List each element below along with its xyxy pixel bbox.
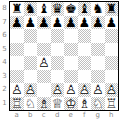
square-f2[interactable]: ♟♙ [78,83,92,97]
black-queen-d8[interactable]: ♛ [51,2,63,15]
black-piece-glyph: ♟ [78,16,90,29]
white-piece-outline: ♗ [38,97,50,110]
square-b8[interactable]: ♞ [24,2,38,16]
square-c2[interactable] [37,83,51,97]
square-f3[interactable] [78,70,92,84]
file-label-d: d [51,111,65,120]
black-piece-glyph: ♜ [11,2,23,15]
square-h6[interactable] [105,29,119,43]
file-label-b: b [24,111,38,120]
square-d6[interactable] [51,29,65,43]
square-f6[interactable] [78,29,92,43]
square-e7[interactable]: ♟ [64,16,78,30]
square-d1[interactable]: ♛♕ [51,97,65,111]
black-pawn-c7[interactable]: ♟ [38,16,50,29]
square-e1[interactable]: ♚♔ [64,97,78,111]
square-f8[interactable]: ♝ [78,2,92,16]
white-piece-outline: ♕ [51,97,63,110]
black-pawn-e7[interactable]: ♟ [65,16,77,29]
white-piece-outline: ♙ [92,83,104,96]
square-g6[interactable] [91,29,105,43]
square-g8[interactable]: ♞ [91,2,105,16]
white-piece-outline: ♙ [65,83,77,96]
square-h2[interactable]: ♟♙ [105,83,119,97]
black-knight-g8[interactable]: ♞ [92,2,104,15]
white-pawn-d2[interactable]: ♟♙ [51,83,63,96]
black-piece-glyph: ♟ [92,16,104,29]
rank-label-2: 2 [0,83,9,97]
square-c8[interactable]: ♝ [37,2,51,16]
white-knight-g1[interactable]: ♞♘ [92,97,104,110]
square-d5[interactable] [51,43,65,57]
black-piece-glyph: ♞ [24,2,36,15]
white-bishop-c1[interactable]: ♝♗ [38,97,50,110]
black-bishop-f8[interactable]: ♝ [78,2,90,15]
chess-board[interactable]: ♜♞♝♛♚♝♞♜♟♟♟♟♟♟♟♟♟♙♟♙♟♙♟♙♟♙♟♙♟♙♟♙♜♖♞♘♝♗♛♕… [9,1,119,111]
square-b3[interactable] [24,70,38,84]
square-d8[interactable]: ♛ [51,2,65,16]
black-piece-glyph: ♟ [65,16,77,29]
square-c1[interactable]: ♝♗ [37,97,51,111]
black-rook-a8[interactable]: ♜ [11,2,23,15]
square-a2[interactable]: ♟♙ [10,83,24,97]
white-piece-outline: ♖ [11,97,23,110]
square-c7[interactable]: ♟ [37,16,51,30]
square-h8[interactable]: ♜ [105,2,119,16]
square-a5[interactable] [10,43,24,57]
square-f4[interactable] [78,56,92,70]
rank-label-8: 8 [0,2,9,16]
square-b5[interactable] [24,43,38,57]
black-pawn-g7[interactable]: ♟ [92,16,104,29]
black-piece-glyph: ♟ [24,16,36,29]
file-label-a: a [10,111,24,120]
black-piece-glyph: ♟ [11,16,23,29]
file-labels: abcdefgh [10,111,119,120]
square-e3[interactable] [64,70,78,84]
black-piece-glyph: ♟ [51,16,63,29]
square-a4[interactable] [10,56,24,70]
white-knight-b1[interactable]: ♞♘ [24,97,36,110]
chess-diagram: 87654321 ♜♞♝♛♚♝♞♜♟♟♟♟♟♟♟♟♟♙♟♙♟♙♟♙♟♙♟♙♟♙♟… [0,0,120,120]
white-piece-outline: ♙ [51,83,63,96]
white-piece-outline: ♙ [105,83,117,96]
square-f1[interactable]: ♝♗ [78,97,92,111]
black-piece-glyph: ♛ [51,2,63,15]
white-piece-outline: ♙ [11,83,23,96]
rank-labels: 87654321 [0,1,9,111]
square-c4[interactable]: ♟♙ [37,56,51,70]
white-piece-outline: ♙ [38,56,50,69]
square-a3[interactable] [10,70,24,84]
white-piece-outline: ♘ [92,97,104,110]
square-b7[interactable]: ♟ [24,16,38,30]
file-label-c: c [37,111,51,120]
square-h1[interactable]: ♜♖ [105,97,119,111]
white-pawn-e2[interactable]: ♟♙ [65,83,77,96]
file-label-h: h [105,111,119,120]
square-b1[interactable]: ♞♘ [24,97,38,111]
white-piece-outline: ♔ [65,97,77,110]
square-g2[interactable]: ♟♙ [91,83,105,97]
square-d2[interactable]: ♟♙ [51,83,65,97]
square-g1[interactable]: ♞♘ [91,97,105,111]
rank-label-3: 3 [0,70,9,84]
white-pawn-g2[interactable]: ♟♙ [92,83,104,96]
square-g5[interactable] [91,43,105,57]
square-e5[interactable] [64,43,78,57]
square-c3[interactable] [37,70,51,84]
black-piece-glyph: ♟ [105,16,117,29]
black-pawn-f7[interactable]: ♟ [78,16,90,29]
square-f7[interactable]: ♟ [78,16,92,30]
white-rook-a1[interactable]: ♜♖ [11,97,23,110]
square-e6[interactable] [64,29,78,43]
square-c6[interactable] [37,29,51,43]
black-pawn-h7[interactable]: ♟ [105,16,117,29]
rank-label-7: 7 [0,16,9,30]
black-pawn-d7[interactable]: ♟ [51,16,63,29]
white-king-e1[interactable]: ♚♔ [65,97,77,110]
rank-label-5: 5 [0,43,9,57]
black-piece-glyph: ♝ [78,2,90,15]
square-a7[interactable]: ♟ [10,16,24,30]
white-queen-d1[interactable]: ♛♕ [51,97,63,110]
square-g3[interactable] [91,70,105,84]
white-pawn-c4[interactable]: ♟♙ [38,56,50,69]
square-b4[interactable] [24,56,38,70]
square-a6[interactable] [10,29,24,43]
square-f5[interactable] [78,43,92,57]
black-piece-glyph: ♟ [38,16,50,29]
square-e4[interactable] [64,56,78,70]
white-rook-h1[interactable]: ♜♖ [105,97,117,110]
black-piece-glyph: ♜ [105,2,117,15]
square-e8[interactable]: ♚ [64,2,78,16]
white-pawn-f2[interactable]: ♟♙ [78,83,90,96]
black-piece-glyph: ♝ [38,2,50,15]
file-label-f: f [78,111,92,120]
square-b2[interactable]: ♟♙ [24,83,38,97]
square-c5[interactable] [37,43,51,57]
white-pawn-h2[interactable]: ♟♙ [105,83,117,96]
black-bishop-c8[interactable]: ♝ [38,2,50,15]
square-a8[interactable]: ♜ [10,2,24,16]
black-pawn-b7[interactable]: ♟ [24,16,36,29]
square-e2[interactable]: ♟♙ [64,83,78,97]
white-piece-outline: ♗ [78,97,90,110]
square-h5[interactable] [105,43,119,57]
rank-label-6: 6 [0,29,9,43]
black-piece-glyph: ♞ [92,2,104,15]
file-label-e: e [64,111,78,120]
white-pawn-b2[interactable]: ♟♙ [24,83,36,96]
square-d3[interactable] [51,70,65,84]
square-a1[interactable]: ♜♖ [10,97,24,111]
square-h7[interactable]: ♟ [105,16,119,30]
black-knight-b8[interactable]: ♞ [24,2,36,15]
file-label-g: g [91,111,105,120]
square-d7[interactable]: ♟ [51,16,65,30]
rank-label-1: 1 [0,97,9,111]
white-bishop-f1[interactable]: ♝♗ [78,97,90,110]
black-piece-glyph: ♚ [65,2,77,15]
square-g7[interactable]: ♟ [91,16,105,30]
square-b6[interactable] [24,29,38,43]
white-piece-outline: ♘ [24,97,36,110]
square-h3[interactable] [105,70,119,84]
square-h4[interactable] [105,56,119,70]
white-piece-outline: ♖ [105,97,117,110]
square-d4[interactable] [51,56,65,70]
white-piece-outline: ♙ [78,83,90,96]
white-pawn-a2[interactable]: ♟♙ [11,83,23,96]
black-rook-h8[interactable]: ♜ [105,2,117,15]
black-pawn-a7[interactable]: ♟ [11,16,23,29]
black-king-e8[interactable]: ♚ [65,2,77,15]
rank-label-4: 4 [0,56,9,70]
square-g4[interactable] [91,56,105,70]
white-piece-outline: ♙ [24,83,36,96]
